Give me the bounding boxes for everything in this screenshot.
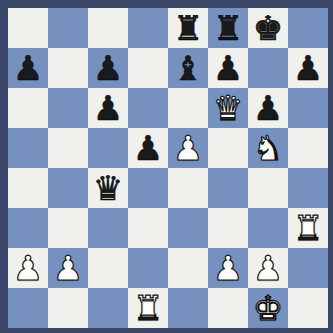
square-g2[interactable]: ♟ (248, 248, 288, 288)
square-d5[interactable]: ♟ (128, 128, 168, 168)
black-bishop-icon: ♝ (173, 48, 203, 88)
square-d2[interactable] (128, 248, 168, 288)
square-c1[interactable] (88, 288, 128, 328)
square-a7[interactable]: ♟ (8, 48, 48, 88)
square-a8[interactable] (8, 8, 48, 48)
square-a1[interactable] (8, 288, 48, 328)
square-a3[interactable] (8, 208, 48, 248)
white-rook-icon: ♜ (133, 288, 163, 328)
white-pawn-icon: ♟ (253, 248, 283, 288)
square-e2[interactable] (168, 248, 208, 288)
square-e8[interactable]: ♜ (168, 8, 208, 48)
square-h6[interactable] (288, 88, 328, 128)
black-pawn-icon: ♟ (93, 88, 123, 128)
white-pawn-icon: ♟ (213, 248, 243, 288)
black-pawn-icon: ♟ (293, 48, 323, 88)
square-e6[interactable] (168, 88, 208, 128)
square-f1[interactable] (208, 288, 248, 328)
square-g7[interactable] (248, 48, 288, 88)
square-g3[interactable] (248, 208, 288, 248)
black-rook-icon: ♜ (173, 8, 203, 48)
black-pawn-icon: ♟ (13, 48, 43, 88)
square-b5[interactable] (48, 128, 88, 168)
square-g6[interactable]: ♟ (248, 88, 288, 128)
square-b4[interactable] (48, 168, 88, 208)
white-pawn-icon: ♟ (13, 248, 43, 288)
black-pawn-icon: ♟ (93, 48, 123, 88)
square-h1[interactable] (288, 288, 328, 328)
square-f5[interactable] (208, 128, 248, 168)
square-a2[interactable]: ♟ (8, 248, 48, 288)
square-g4[interactable] (248, 168, 288, 208)
square-g1[interactable]: ♚ (248, 288, 288, 328)
black-queen-icon: ♛ (93, 168, 123, 208)
square-d8[interactable] (128, 8, 168, 48)
square-b3[interactable] (48, 208, 88, 248)
black-rook-icon: ♜ (213, 8, 243, 48)
square-b2[interactable]: ♟ (48, 248, 88, 288)
square-b7[interactable] (48, 48, 88, 88)
square-f4[interactable] (208, 168, 248, 208)
square-a6[interactable] (8, 88, 48, 128)
square-c2[interactable] (88, 248, 128, 288)
square-g5[interactable]: ♞ (248, 128, 288, 168)
square-h3[interactable]: ♜ (288, 208, 328, 248)
square-h4[interactable] (288, 168, 328, 208)
square-e1[interactable] (168, 288, 208, 328)
square-c5[interactable] (88, 128, 128, 168)
square-e5[interactable]: ♟ (168, 128, 208, 168)
square-d7[interactable] (128, 48, 168, 88)
square-f2[interactable]: ♟ (208, 248, 248, 288)
black-pawn-icon: ♟ (213, 48, 243, 88)
square-h8[interactable] (288, 8, 328, 48)
square-d6[interactable] (128, 88, 168, 128)
square-c3[interactable] (88, 208, 128, 248)
square-g8[interactable]: ♚ (248, 8, 288, 48)
square-e7[interactable]: ♝ (168, 48, 208, 88)
black-king-icon: ♚ (253, 8, 283, 48)
black-pawn-icon: ♟ (253, 88, 283, 128)
square-c6[interactable]: ♟ (88, 88, 128, 128)
square-b1[interactable] (48, 288, 88, 328)
square-h5[interactable] (288, 128, 328, 168)
square-e3[interactable] (168, 208, 208, 248)
white-king-icon: ♚ (253, 288, 283, 328)
white-knight-icon: ♞ (253, 128, 283, 168)
square-f8[interactable]: ♜ (208, 8, 248, 48)
white-pawn-icon: ♟ (53, 248, 83, 288)
square-e4[interactable] (168, 168, 208, 208)
square-h7[interactable]: ♟ (288, 48, 328, 88)
square-c8[interactable] (88, 8, 128, 48)
black-pawn-icon: ♟ (133, 128, 163, 168)
square-d4[interactable] (128, 168, 168, 208)
square-d3[interactable] (128, 208, 168, 248)
square-b6[interactable] (48, 88, 88, 128)
board-frame: ♜♜♚♟♟♝♟♟♟♛♟♟♟♞♛♜♟♟♟♟♜♚ (0, 0, 333, 333)
square-b8[interactable] (48, 8, 88, 48)
white-rook-icon: ♜ (293, 208, 323, 248)
square-f7[interactable]: ♟ (208, 48, 248, 88)
square-c4[interactable]: ♛ (88, 168, 128, 208)
square-d1[interactable]: ♜ (128, 288, 168, 328)
square-c7[interactable]: ♟ (88, 48, 128, 88)
square-h2[interactable] (288, 248, 328, 288)
chess-board: ♜♜♚♟♟♝♟♟♟♛♟♟♟♞♛♜♟♟♟♟♜♚ (8, 8, 328, 328)
square-a5[interactable] (8, 128, 48, 168)
square-f6[interactable]: ♛ (208, 88, 248, 128)
white-pawn-icon: ♟ (173, 128, 203, 168)
white-queen-icon: ♛ (213, 88, 243, 128)
square-a4[interactable] (8, 168, 48, 208)
square-f3[interactable] (208, 208, 248, 248)
